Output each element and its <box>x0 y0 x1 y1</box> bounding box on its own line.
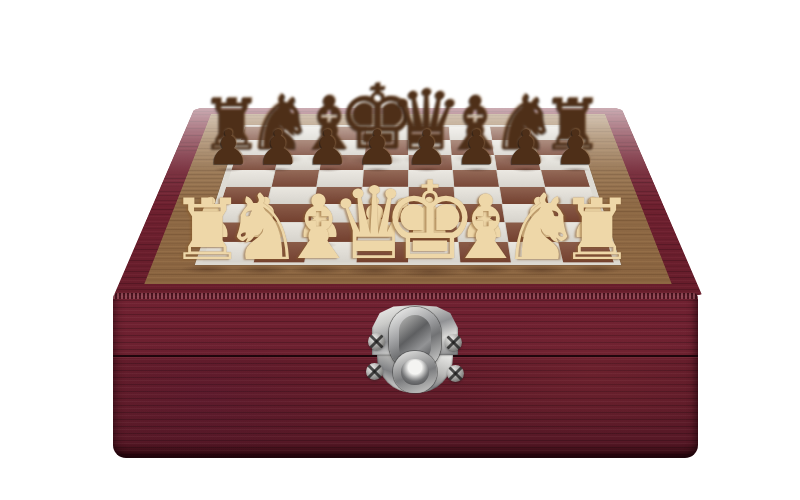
clasp-catch-knob <box>401 359 429 385</box>
black-pawn-c7[interactable]: ♟ <box>306 123 349 171</box>
black-pawn-a7[interactable]: ♟ <box>207 123 250 171</box>
chess-set-photo: ♜♞♝♚♛♝♞♜♟♟♟♟♟♟♟♟♟♟♟♟♟♟♟♟♜♞♝♛♚♝♞♜ <box>0 0 800 500</box>
clasp-catch-loop <box>393 351 437 393</box>
screw-icon <box>447 365 464 382</box>
clasp-latch <box>363 305 467 399</box>
white-rook-h1[interactable]: ♜ <box>559 188 635 272</box>
screw-icon <box>445 334 462 351</box>
lid-edge-grain <box>113 293 698 299</box>
screw-icon <box>368 333 385 350</box>
box-front <box>113 293 698 458</box>
black-pawn-h7[interactable]: ♟ <box>554 123 597 171</box>
black-pawn-g7[interactable]: ♟ <box>504 123 547 171</box>
black-pawn-b7[interactable]: ♟ <box>256 123 299 171</box>
screw-icon <box>366 363 383 380</box>
